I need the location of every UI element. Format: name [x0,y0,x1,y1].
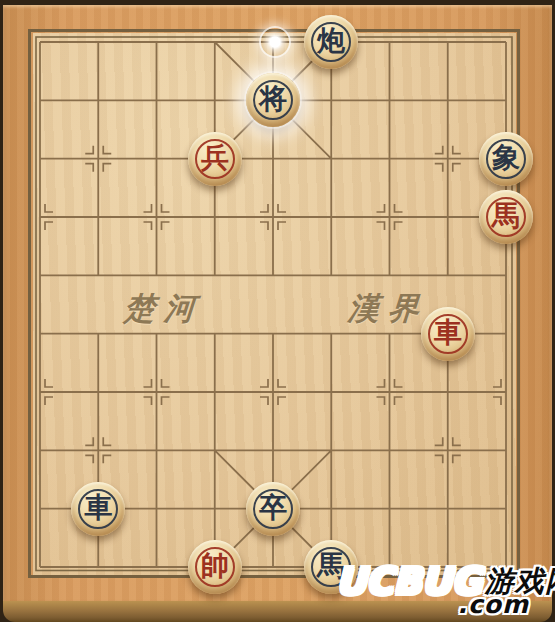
piece-black-cannon[interactable]: 炮 [304,15,358,69]
piece-glyph: 帥 [201,552,229,580]
watermark-uc: UC [336,563,393,600]
watermark: UCBUG 游戏网 .com [330,556,555,622]
piece-glyph: 将 [259,85,287,113]
piece-red-soldier[interactable]: 兵 [188,132,242,186]
piece-glyph: 炮 [317,27,345,55]
piece-glyph: 象 [492,144,520,172]
xiangqi-game-screen: 楚河 漢界 炮将兵象馬車車卒帥馬 UCBUG 游戏网 .com [0,0,555,622]
piece-black-elephant[interactable]: 象 [479,132,533,186]
piece-black-soldier[interactable]: 卒 [246,482,300,536]
piece-red-chariot[interactable]: 車 [421,307,475,361]
piece-glyph: 車 [84,494,112,522]
piece-glyph: 車 [434,319,462,347]
piece-black-general[interactable]: 将 [246,73,300,127]
piece-red-general[interactable]: 帥 [188,540,242,594]
piece-glyph: 兵 [201,144,229,172]
piece-glyph: 馬 [492,202,520,230]
pieces-grid: 炮将兵象馬車車卒帥馬 [11,13,535,596]
piece-red-horse[interactable]: 馬 [479,190,533,244]
piece-black-chariot[interactable]: 車 [71,482,125,536]
watermark-dotcom: .com [457,592,529,617]
piece-glyph: 卒 [259,494,287,522]
